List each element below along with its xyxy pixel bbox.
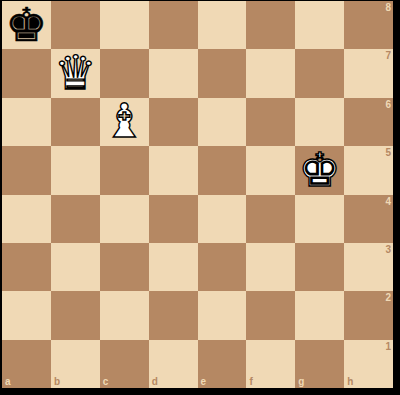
square-g7[interactable]	[295, 49, 344, 97]
rank-label-3: 3	[385, 245, 391, 255]
square-d7[interactable]	[149, 49, 198, 97]
square-h6[interactable]: 6	[344, 98, 393, 146]
square-b5[interactable]	[51, 146, 100, 194]
square-e4[interactable]	[198, 195, 247, 243]
square-b6[interactable]	[51, 98, 100, 146]
square-d2[interactable]	[149, 291, 198, 339]
square-d5[interactable]	[149, 146, 198, 194]
square-c5[interactable]	[100, 146, 149, 194]
piece-white-king[interactable]: ♚	[299, 146, 341, 193]
square-b2[interactable]	[51, 291, 100, 339]
rank-label-2: 2	[385, 293, 391, 303]
square-g5[interactable]: ♚	[295, 146, 344, 194]
square-d1[interactable]: d	[149, 340, 198, 388]
square-e2[interactable]	[198, 291, 247, 339]
square-h1[interactable]: 1h	[344, 340, 393, 388]
file-label-d: d	[152, 377, 158, 387]
square-a3[interactable]	[2, 243, 51, 291]
rank-label-8: 8	[385, 3, 391, 13]
piece-black-king[interactable]: ♚	[5, 1, 47, 48]
rank-label-6: 6	[385, 100, 391, 110]
rank-label-4: 4	[385, 197, 391, 207]
square-e1[interactable]: e	[198, 340, 247, 388]
file-label-a: a	[5, 377, 11, 387]
square-d4[interactable]	[149, 195, 198, 243]
square-d3[interactable]	[149, 243, 198, 291]
square-e8[interactable]	[198, 1, 247, 49]
square-a6[interactable]	[2, 98, 51, 146]
square-f8[interactable]	[246, 1, 295, 49]
square-f3[interactable]	[246, 243, 295, 291]
square-c4[interactable]	[100, 195, 149, 243]
square-b8[interactable]	[51, 1, 100, 49]
square-d6[interactable]	[149, 98, 198, 146]
piece-white-bishop[interactable]: ♝	[103, 97, 145, 144]
square-a8[interactable]: ♚	[2, 1, 51, 49]
square-f2[interactable]	[246, 291, 295, 339]
square-h3[interactable]: 3	[344, 243, 393, 291]
square-h4[interactable]: 4	[344, 195, 393, 243]
square-f7[interactable]	[246, 49, 295, 97]
square-c7[interactable]	[100, 49, 149, 97]
square-b7[interactable]: ♛	[51, 49, 100, 97]
square-f1[interactable]: f	[246, 340, 295, 388]
square-g6[interactable]	[295, 98, 344, 146]
square-a1[interactable]: a	[2, 340, 51, 388]
square-h7[interactable]: 7	[344, 49, 393, 97]
square-g4[interactable]	[295, 195, 344, 243]
square-f5[interactable]	[246, 146, 295, 194]
square-f6[interactable]	[246, 98, 295, 146]
square-c1[interactable]: c	[100, 340, 149, 388]
square-f4[interactable]	[246, 195, 295, 243]
rank-label-1: 1	[385, 342, 391, 352]
square-h2[interactable]: 2	[344, 291, 393, 339]
square-c3[interactable]	[100, 243, 149, 291]
piece-white-queen[interactable]: ♛	[54, 49, 96, 96]
rank-label-7: 7	[385, 51, 391, 61]
square-a5[interactable]	[2, 146, 51, 194]
file-label-e: e	[201, 377, 207, 387]
square-b4[interactable]	[51, 195, 100, 243]
square-a2[interactable]	[2, 291, 51, 339]
square-b1[interactable]: b	[51, 340, 100, 388]
square-g1[interactable]: g	[295, 340, 344, 388]
square-h5[interactable]: 5	[344, 146, 393, 194]
file-label-c: c	[103, 377, 109, 387]
chess-board-screenshot: ♚8♛7♝6♚5432abcdefg1h	[0, 0, 400, 395]
file-label-f: f	[249, 377, 252, 387]
file-label-h: h	[347, 377, 353, 387]
square-a4[interactable]	[2, 195, 51, 243]
square-g8[interactable]	[295, 1, 344, 49]
rank-label-5: 5	[385, 148, 391, 158]
square-g3[interactable]	[295, 243, 344, 291]
file-label-g: g	[298, 377, 304, 387]
chess-board: ♚8♛7♝6♚5432abcdefg1h	[2, 1, 393, 388]
square-h8[interactable]: 8	[344, 1, 393, 49]
square-d8[interactable]	[149, 1, 198, 49]
square-c8[interactable]	[100, 1, 149, 49]
square-g2[interactable]	[295, 291, 344, 339]
square-c2[interactable]	[100, 291, 149, 339]
square-e6[interactable]	[198, 98, 247, 146]
square-c6[interactable]: ♝	[100, 98, 149, 146]
square-e5[interactable]	[198, 146, 247, 194]
file-label-b: b	[54, 377, 60, 387]
square-b3[interactable]	[51, 243, 100, 291]
square-a7[interactable]	[2, 49, 51, 97]
square-e7[interactable]	[198, 49, 247, 97]
square-e3[interactable]	[198, 243, 247, 291]
